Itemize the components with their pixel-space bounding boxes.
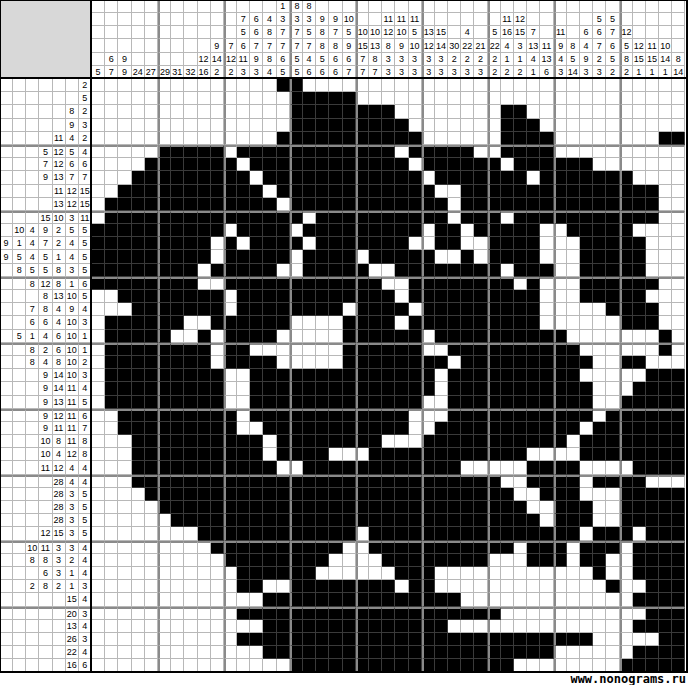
grid-cell[interactable] — [606, 224, 619, 237]
grid-cell[interactable] — [211, 409, 224, 422]
grid-cell[interactable] — [250, 409, 263, 422]
grid-cell[interactable] — [646, 580, 659, 593]
grid-cell[interactable] — [593, 211, 606, 224]
grid-cell[interactable] — [488, 527, 501, 540]
grid-cell[interactable] — [290, 396, 303, 409]
row-clue-cell[interactable]: 11 — [66, 382, 79, 395]
row-clue-cell[interactable]: 14 — [53, 382, 66, 395]
grid-cell[interactable] — [646, 541, 659, 554]
grid-cell[interactable] — [435, 620, 448, 633]
grid-cell[interactable] — [646, 501, 659, 514]
grid-cell[interactable] — [303, 158, 316, 171]
grid-cell[interactable] — [356, 185, 369, 198]
grid-cell[interactable] — [198, 145, 211, 158]
grid-cell[interactable] — [593, 554, 606, 567]
grid-cell[interactable] — [369, 475, 382, 488]
column-clue-cell[interactable] — [633, 0, 646, 13]
row-clue-cell[interactable]: 12 — [53, 409, 66, 422]
grid-cell[interactable] — [554, 171, 567, 184]
grid-cell[interactable] — [303, 461, 316, 474]
column-clue-cell[interactable]: 7 — [277, 26, 290, 39]
grid-cell[interactable] — [646, 211, 659, 224]
grid-cell[interactable] — [474, 224, 487, 237]
grid-cell[interactable] — [633, 593, 646, 606]
grid-cell[interactable] — [422, 92, 435, 105]
grid-cell[interactable] — [211, 541, 224, 554]
grid-cell[interactable] — [646, 488, 659, 501]
grid-cell[interactable] — [277, 435, 290, 448]
grid-cell[interactable] — [316, 514, 329, 527]
grid-cell[interactable] — [659, 580, 672, 593]
grid-cell[interactable] — [171, 448, 184, 461]
grid-cell[interactable] — [395, 527, 408, 540]
grid-cell[interactable] — [461, 396, 474, 409]
grid-cell[interactable] — [329, 382, 342, 395]
grid-cell[interactable] — [198, 514, 211, 527]
grid-cell[interactable] — [580, 119, 593, 132]
grid-cell[interactable] — [395, 620, 408, 633]
grid-cell[interactable] — [580, 620, 593, 633]
grid-cell[interactable] — [237, 119, 250, 132]
grid-cell[interactable] — [672, 514, 685, 527]
grid-cell[interactable] — [211, 224, 224, 237]
row-clue-cell[interactable] — [13, 158, 26, 171]
grid-cell[interactable] — [422, 330, 435, 343]
row-clue-cell[interactable]: 7 — [66, 171, 79, 184]
grid-cell[interactable] — [132, 145, 145, 158]
grid-cell[interactable] — [672, 646, 685, 659]
grid-cell[interactable] — [211, 461, 224, 474]
grid-cell[interactable] — [474, 290, 487, 303]
column-clue-cell[interactable]: 6 — [329, 53, 342, 66]
row-clue-cell[interactable] — [13, 92, 26, 105]
column-clue-cell[interactable]: 7 — [303, 39, 316, 52]
grid-cell[interactable] — [132, 211, 145, 224]
grid-cell[interactable] — [369, 237, 382, 250]
grid-cell[interactable] — [527, 527, 540, 540]
row-clue-cell[interactable]: 6 — [53, 343, 66, 356]
column-clue-cell[interactable]: 7 — [250, 39, 263, 52]
grid-cell[interactable] — [580, 435, 593, 448]
grid-cell[interactable] — [105, 132, 118, 145]
column-clue-cell[interactable]: 9 — [329, 13, 342, 26]
grid-cell[interactable] — [672, 409, 685, 422]
row-clue-cell[interactable] — [0, 277, 13, 290]
grid-cell[interactable] — [435, 488, 448, 501]
grid-cell[interactable] — [659, 396, 672, 409]
grid-cell[interactable] — [329, 369, 342, 382]
grid-cell[interactable] — [606, 171, 619, 184]
grid-cell[interactable] — [620, 580, 633, 593]
grid-cell[interactable] — [448, 620, 461, 633]
row-clue-cell[interactable]: 8 — [26, 554, 39, 567]
grid-cell[interactable] — [554, 475, 567, 488]
grid-cell[interactable] — [501, 290, 514, 303]
grid-cell[interactable] — [211, 422, 224, 435]
grid-cell[interactable] — [171, 250, 184, 263]
grid-cell[interactable] — [672, 488, 685, 501]
grid-cell[interactable] — [448, 646, 461, 659]
grid-cell[interactable] — [145, 488, 158, 501]
column-clue-cell[interactable] — [118, 13, 131, 26]
grid-cell[interactable] — [184, 461, 197, 474]
grid-cell[interactable] — [395, 646, 408, 659]
grid-cell[interactable] — [633, 158, 646, 171]
row-clue-cell[interactable] — [0, 593, 13, 606]
row-clue-cell[interactable] — [26, 185, 39, 198]
grid-cell[interactable] — [277, 343, 290, 356]
grid-cell[interactable] — [409, 633, 422, 646]
grid-cell[interactable] — [620, 514, 633, 527]
grid-cell[interactable] — [118, 224, 131, 237]
grid-cell[interactable] — [488, 369, 501, 382]
grid-cell[interactable] — [646, 132, 659, 145]
row-clue-cell[interactable] — [26, 607, 39, 620]
column-clue-cell[interactable] — [474, 26, 487, 39]
grid-cell[interactable] — [620, 119, 633, 132]
grid-cell[interactable] — [672, 435, 685, 448]
grid-cell[interactable] — [316, 145, 329, 158]
column-clue-cell[interactable] — [158, 13, 171, 26]
grid-cell[interactable] — [263, 580, 276, 593]
row-clue-cell[interactable] — [0, 633, 13, 646]
grid-cell[interactable] — [659, 461, 672, 474]
grid-cell[interactable] — [132, 607, 145, 620]
grid-cell[interactable] — [184, 356, 197, 369]
grid-cell[interactable] — [224, 382, 237, 395]
grid-cell[interactable] — [92, 409, 105, 422]
grid-cell[interactable] — [593, 409, 606, 422]
column-clue-cell[interactable]: 11 — [501, 13, 514, 26]
grid-cell[interactable] — [580, 316, 593, 329]
row-clue-cell[interactable] — [13, 461, 26, 474]
grid-cell[interactable] — [395, 514, 408, 527]
row-clue-cell[interactable] — [26, 396, 39, 409]
grid-cell[interactable] — [198, 369, 211, 382]
grid-cell[interactable] — [118, 119, 131, 132]
grid-cell[interactable] — [488, 211, 501, 224]
column-clue-cell[interactable]: 5 — [343, 26, 356, 39]
grid-cell[interactable] — [382, 211, 395, 224]
row-clue-cell[interactable] — [0, 132, 13, 145]
grid-cell[interactable] — [171, 356, 184, 369]
column-clue-cell[interactable]: 14 — [659, 53, 672, 66]
grid-cell[interactable] — [435, 527, 448, 540]
grid-cell[interactable] — [567, 593, 580, 606]
grid-cell[interactable] — [554, 303, 567, 316]
grid-cell[interactable] — [567, 119, 580, 132]
grid-cell[interactable] — [316, 237, 329, 250]
grid-cell[interactable] — [92, 369, 105, 382]
column-clue-cell[interactable] — [105, 0, 118, 13]
grid-cell[interactable] — [158, 461, 171, 474]
grid-cell[interactable] — [672, 119, 685, 132]
row-clue-cell[interactable]: 15 — [39, 211, 52, 224]
grid-cell[interactable] — [382, 158, 395, 171]
grid-cell[interactable] — [224, 607, 237, 620]
row-clue-cell[interactable] — [39, 119, 52, 132]
grid-cell[interactable] — [593, 527, 606, 540]
column-clue-cell[interactable]: 3 — [435, 53, 448, 66]
grid-cell[interactable] — [329, 119, 342, 132]
grid-cell[interactable] — [567, 290, 580, 303]
grid-cell[interactable] — [92, 435, 105, 448]
grid-cell[interactable] — [92, 382, 105, 395]
grid-cell[interactable] — [369, 119, 382, 132]
grid-cell[interactable] — [316, 92, 329, 105]
row-clue-cell[interactable]: 11 — [53, 132, 66, 145]
grid-cell[interactable] — [92, 501, 105, 514]
grid-cell[interactable] — [501, 475, 514, 488]
grid-cell[interactable] — [448, 264, 461, 277]
grid-cell[interactable] — [263, 343, 276, 356]
grid-cell[interactable] — [369, 330, 382, 343]
row-clue-cell[interactable] — [0, 514, 13, 527]
grid-cell[interactable] — [145, 343, 158, 356]
grid-cell[interactable] — [514, 316, 527, 329]
grid-cell[interactable] — [250, 554, 263, 567]
grid-cell[interactable] — [303, 171, 316, 184]
column-clue-cell[interactable] — [171, 13, 184, 26]
grid-cell[interactable] — [237, 593, 250, 606]
column-clue-cell[interactable] — [132, 13, 145, 26]
grid-cell[interactable] — [263, 620, 276, 633]
grid-cell[interactable] — [118, 185, 131, 198]
grid-cell[interactable] — [461, 607, 474, 620]
grid-cell[interactable] — [237, 171, 250, 184]
grid-cell[interactable] — [554, 541, 567, 554]
grid-cell[interactable] — [92, 475, 105, 488]
grid-cell[interactable] — [527, 290, 540, 303]
grid-cell[interactable] — [593, 105, 606, 118]
grid-cell[interactable] — [633, 119, 646, 132]
grid-cell[interactable] — [224, 554, 237, 567]
grid-cell[interactable] — [343, 527, 356, 540]
grid-cell[interactable] — [211, 593, 224, 606]
grid-cell[interactable] — [329, 554, 342, 567]
grid-cell[interactable] — [580, 250, 593, 263]
column-clue-cell[interactable]: 10 — [659, 39, 672, 52]
grid-cell[interactable] — [277, 541, 290, 554]
grid-cell[interactable] — [369, 567, 382, 580]
grid-cell[interactable] — [184, 422, 197, 435]
grid-cell[interactable] — [92, 567, 105, 580]
grid-cell[interactable] — [369, 250, 382, 263]
grid-cell[interactable] — [593, 356, 606, 369]
grid-cell[interactable] — [448, 343, 461, 356]
grid-cell[interactable] — [184, 580, 197, 593]
grid-cell[interactable] — [540, 171, 553, 184]
grid-cell[interactable] — [224, 580, 237, 593]
grid-cell[interactable] — [474, 316, 487, 329]
grid-cell[interactable] — [554, 343, 567, 356]
grid-cell[interactable] — [554, 369, 567, 382]
column-clue-cell[interactable]: 4 — [527, 53, 540, 66]
grid-cell[interactable] — [343, 633, 356, 646]
grid-cell[interactable] — [606, 92, 619, 105]
grid-cell[interactable] — [659, 119, 672, 132]
grid-cell[interactable] — [329, 105, 342, 118]
column-clue-cell[interactable]: 8 — [316, 39, 329, 52]
grid-cell[interactable] — [329, 422, 342, 435]
grid-cell[interactable] — [646, 171, 659, 184]
grid-cell[interactable] — [633, 250, 646, 263]
grid-cell[interactable] — [277, 593, 290, 606]
grid-cell[interactable] — [554, 409, 567, 422]
grid-cell[interactable] — [474, 646, 487, 659]
grid-cell[interactable] — [567, 448, 580, 461]
grid-cell[interactable] — [145, 448, 158, 461]
row-clue-cell[interactable] — [13, 396, 26, 409]
grid-cell[interactable] — [211, 264, 224, 277]
grid-cell[interactable] — [567, 409, 580, 422]
grid-cell[interactable] — [145, 224, 158, 237]
grid-cell[interactable] — [171, 303, 184, 316]
grid-cell[interactable] — [211, 303, 224, 316]
grid-cell[interactable] — [633, 461, 646, 474]
grid-cell[interactable] — [211, 382, 224, 395]
grid-cell[interactable] — [409, 237, 422, 250]
grid-cell[interactable] — [382, 448, 395, 461]
grid-cell[interactable] — [580, 567, 593, 580]
column-clue-cell[interactable]: 7 — [527, 26, 540, 39]
grid-cell[interactable] — [290, 633, 303, 646]
grid-cell[interactable] — [567, 554, 580, 567]
row-clue-cell[interactable] — [26, 435, 39, 448]
grid-cell[interactable] — [646, 303, 659, 316]
grid-cell[interactable] — [184, 237, 197, 250]
row-clue-cell[interactable] — [13, 303, 26, 316]
grid-cell[interactable] — [329, 501, 342, 514]
grid-cell[interactable] — [580, 92, 593, 105]
grid-cell[interactable] — [316, 396, 329, 409]
grid-cell[interactable] — [184, 435, 197, 448]
grid-cell[interactable] — [343, 514, 356, 527]
grid-cell[interactable] — [92, 620, 105, 633]
grid-cell[interactable] — [527, 541, 540, 554]
column-clue-cell[interactable]: 2 — [593, 53, 606, 66]
grid-cell[interactable] — [527, 158, 540, 171]
row-clue-cell[interactable]: 10 — [66, 330, 79, 343]
grid-cell[interactable] — [488, 132, 501, 145]
grid-cell[interactable] — [461, 158, 474, 171]
grid-cell[interactable] — [488, 145, 501, 158]
grid-cell[interactable] — [474, 303, 487, 316]
column-clue-cell[interactable] — [263, 0, 276, 13]
grid-cell[interactable] — [237, 198, 250, 211]
grid-cell[interactable] — [329, 92, 342, 105]
column-clue-cell[interactable]: 9 — [580, 53, 593, 66]
grid-cell[interactable] — [633, 475, 646, 488]
grid-cell[interactable] — [620, 145, 633, 158]
column-clue-cell[interactable]: 21 — [474, 39, 487, 52]
grid-cell[interactable] — [198, 330, 211, 343]
grid-cell[interactable] — [474, 92, 487, 105]
grid-cell[interactable] — [633, 435, 646, 448]
column-clue-cell[interactable] — [356, 13, 369, 26]
grid-cell[interactable] — [263, 145, 276, 158]
grid-cell[interactable] — [540, 92, 553, 105]
grid-cell[interactable] — [567, 607, 580, 620]
grid-cell[interactable] — [554, 527, 567, 540]
grid-cell[interactable] — [514, 211, 527, 224]
grid-cell[interactable] — [501, 620, 514, 633]
grid-cell[interactable] — [501, 145, 514, 158]
row-clue-cell[interactable] — [13, 382, 26, 395]
grid-cell[interactable] — [646, 554, 659, 567]
grid-cell[interactable] — [540, 198, 553, 211]
grid-cell[interactable] — [620, 646, 633, 659]
row-clue-cell[interactable] — [0, 92, 13, 105]
grid-cell[interactable] — [554, 593, 567, 606]
grid-cell[interactable] — [620, 330, 633, 343]
grid-cell[interactable] — [171, 475, 184, 488]
grid-cell[interactable] — [435, 119, 448, 132]
grid-cell[interactable] — [646, 593, 659, 606]
grid-cell[interactable] — [303, 514, 316, 527]
grid-cell[interactable] — [540, 264, 553, 277]
grid-cell[interactable] — [435, 382, 448, 395]
grid-cell[interactable] — [277, 237, 290, 250]
grid-cell[interactable] — [250, 158, 263, 171]
row-clue-cell[interactable] — [0, 620, 13, 633]
grid-cell[interactable] — [343, 554, 356, 567]
row-clue-cell[interactable] — [39, 646, 52, 659]
grid-cell[interactable] — [461, 620, 474, 633]
grid-cell[interactable] — [224, 646, 237, 659]
column-clue-cell[interactable] — [184, 39, 197, 52]
column-clue-cell[interactable]: 9 — [118, 53, 131, 66]
grid-cell[interactable] — [145, 237, 158, 250]
grid-cell[interactable] — [316, 158, 329, 171]
grid-cell[interactable] — [277, 79, 290, 92]
grid-cell[interactable] — [554, 382, 567, 395]
row-clue-cell[interactable]: 10 — [39, 448, 52, 461]
row-clue-cell[interactable] — [0, 316, 13, 329]
grid-cell[interactable] — [92, 237, 105, 250]
grid-cell[interactable] — [224, 158, 237, 171]
grid-cell[interactable] — [409, 343, 422, 356]
grid-cell[interactable] — [395, 461, 408, 474]
column-clue-cell[interactable]: 10 — [343, 13, 356, 26]
grid-cell[interactable] — [540, 620, 553, 633]
grid-cell[interactable] — [277, 461, 290, 474]
grid-cell[interactable] — [158, 527, 171, 540]
row-clue-cell[interactable] — [26, 132, 39, 145]
grid-cell[interactable] — [501, 580, 514, 593]
grid-cell[interactable] — [303, 264, 316, 277]
grid-cell[interactable] — [659, 422, 672, 435]
grid-cell[interactable] — [422, 382, 435, 395]
grid-cell[interactable] — [448, 303, 461, 316]
grid-cell[interactable] — [461, 277, 474, 290]
grid-cell[interactable] — [92, 646, 105, 659]
grid-cell[interactable] — [580, 527, 593, 540]
grid-cell[interactable] — [290, 105, 303, 118]
grid-cell[interactable] — [237, 541, 250, 554]
grid-cell[interactable] — [409, 303, 422, 316]
grid-cell[interactable] — [395, 277, 408, 290]
column-clue-cell[interactable] — [409, 0, 422, 13]
grid-cell[interactable] — [514, 92, 527, 105]
grid-cell[interactable] — [606, 185, 619, 198]
grid-cell[interactable] — [606, 527, 619, 540]
grid-cell[interactable] — [461, 79, 474, 92]
grid-cell[interactable] — [158, 330, 171, 343]
grid-cell[interactable] — [329, 580, 342, 593]
grid-cell[interactable] — [118, 435, 131, 448]
row-clue-cell[interactable] — [53, 646, 66, 659]
